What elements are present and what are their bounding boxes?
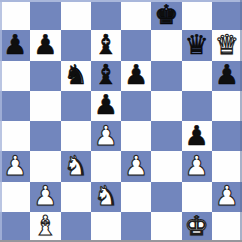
white-queen[interactable]: ♛ (215, 31, 239, 58)
square-d5[interactable]: ♟ (91, 91, 121, 121)
square-b7[interactable]: ♟ (30, 30, 60, 60)
square-d8[interactable] (91, 0, 121, 30)
square-f6[interactable] (151, 61, 181, 91)
square-a8[interactable] (0, 0, 30, 30)
square-c3[interactable]: ♞ (61, 151, 91, 181)
square-d2[interactable]: ♞ (91, 182, 121, 212)
square-c4[interactable] (61, 121, 91, 151)
square-b1[interactable]: ♝ (30, 212, 60, 242)
square-b2[interactable]: ♟ (30, 182, 60, 212)
square-c7[interactable] (61, 30, 91, 60)
white-bishop[interactable]: ♝ (33, 212, 57, 239)
square-d6[interactable]: ♝ (91, 61, 121, 91)
square-h8[interactable] (212, 0, 242, 30)
white-pawn[interactable]: ♟ (94, 122, 118, 149)
square-f7[interactable] (151, 30, 181, 60)
white-king[interactable]: ♚ (185, 212, 209, 239)
square-a1[interactable] (0, 212, 30, 242)
black-pawn[interactable]: ♟ (3, 31, 27, 58)
square-b3[interactable] (30, 151, 60, 181)
square-h1[interactable] (212, 212, 242, 242)
square-e4[interactable] (121, 121, 151, 151)
square-e5[interactable] (121, 91, 151, 121)
square-c8[interactable] (61, 0, 91, 30)
square-h2[interactable]: ♟ (212, 182, 242, 212)
square-b4[interactable] (30, 121, 60, 151)
white-pawn[interactable]: ♟ (185, 152, 209, 179)
square-h7[interactable]: ♛ (212, 30, 242, 60)
square-a3[interactable]: ♟ (0, 151, 30, 181)
square-g7[interactable]: ♛ (182, 30, 212, 60)
black-pawn[interactable]: ♟ (94, 91, 118, 118)
white-pawn[interactable]: ♟ (215, 182, 239, 209)
black-pawn[interactable]: ♟ (185, 122, 209, 149)
square-f2[interactable] (151, 182, 181, 212)
square-d7[interactable]: ♝ (91, 30, 121, 60)
square-f4[interactable] (151, 121, 181, 151)
square-b8[interactable] (30, 0, 60, 30)
white-pawn[interactable]: ♟ (3, 152, 27, 179)
square-e1[interactable] (121, 212, 151, 242)
square-e2[interactable] (121, 182, 151, 212)
square-h6[interactable]: ♟ (212, 61, 242, 91)
square-g6[interactable] (182, 61, 212, 91)
square-f8[interactable]: ♚ (151, 0, 181, 30)
square-f3[interactable] (151, 151, 181, 181)
white-knight[interactable]: ♞ (94, 182, 118, 209)
square-e7[interactable] (121, 30, 151, 60)
black-queen[interactable]: ♛ (185, 31, 209, 58)
square-g4[interactable]: ♟ (182, 121, 212, 151)
square-g1[interactable]: ♚ (182, 212, 212, 242)
black-knight[interactable]: ♞ (64, 61, 88, 88)
square-a5[interactable] (0, 91, 30, 121)
square-a2[interactable] (0, 182, 30, 212)
black-pawn[interactable]: ♟ (124, 61, 148, 88)
square-b5[interactable] (30, 91, 60, 121)
white-pawn[interactable]: ♟ (33, 182, 57, 209)
square-c2[interactable] (61, 182, 91, 212)
black-bishop[interactable]: ♝ (94, 31, 118, 58)
square-c5[interactable] (61, 91, 91, 121)
square-f1[interactable] (151, 212, 181, 242)
black-pawn[interactable]: ♟ (33, 31, 57, 58)
square-c1[interactable] (61, 212, 91, 242)
square-g2[interactable] (182, 182, 212, 212)
square-g3[interactable]: ♟ (182, 151, 212, 181)
black-king[interactable]: ♚ (154, 1, 178, 28)
square-d4[interactable]: ♟ (91, 121, 121, 151)
square-a4[interactable] (0, 121, 30, 151)
square-d3[interactable] (91, 151, 121, 181)
square-b6[interactable] (30, 61, 60, 91)
square-a6[interactable] (0, 61, 30, 91)
square-h3[interactable] (212, 151, 242, 181)
square-h4[interactable] (212, 121, 242, 151)
square-g5[interactable] (182, 91, 212, 121)
black-pawn[interactable]: ♟ (215, 61, 239, 88)
square-d1[interactable] (91, 212, 121, 242)
white-knight[interactable]: ♞ (64, 152, 88, 179)
square-e6[interactable]: ♟ (121, 61, 151, 91)
square-h5[interactable] (212, 91, 242, 121)
square-g8[interactable] (182, 0, 212, 30)
square-e3[interactable]: ♟ (121, 151, 151, 181)
square-f5[interactable] (151, 91, 181, 121)
black-bishop[interactable]: ♝ (94, 61, 118, 88)
square-e8[interactable] (121, 0, 151, 30)
square-a7[interactable]: ♟ (0, 30, 30, 60)
square-c6[interactable]: ♞ (61, 61, 91, 91)
chess-board: ♚♟♟♝♛♛♞♝♟♟♟♟♟♟♞♟♟♟♞♟♝♚ (0, 0, 242, 242)
white-pawn[interactable]: ♟ (124, 152, 148, 179)
